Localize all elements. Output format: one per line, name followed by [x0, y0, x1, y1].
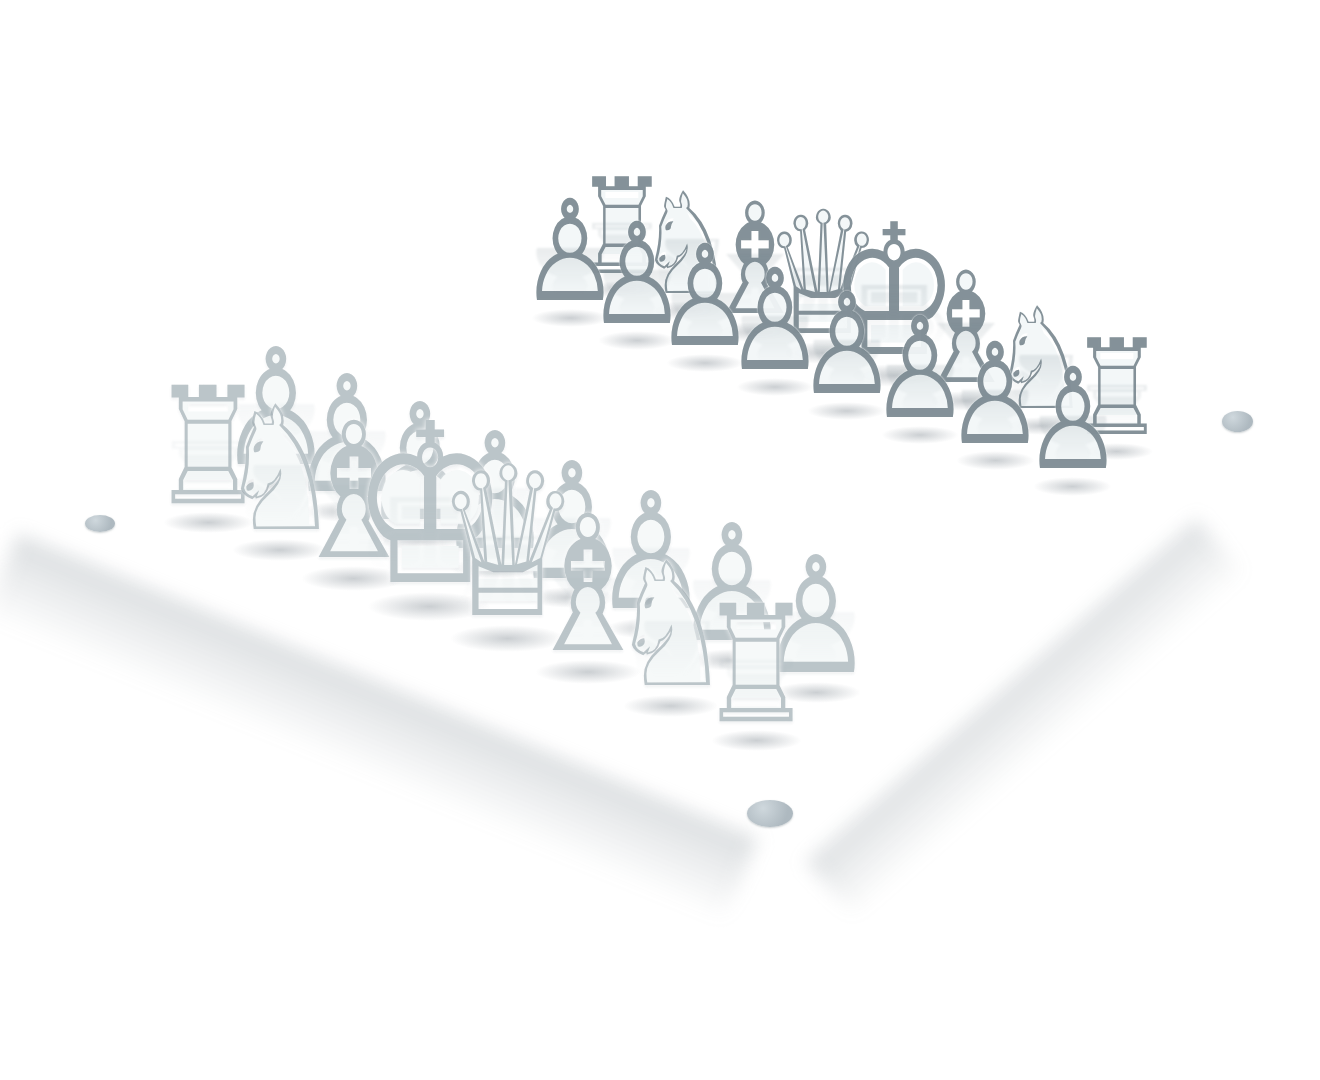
piece-glyph-outline: ♙ [1022, 350, 1122, 490]
square-h4[interactable] [875, 563, 1009, 634]
piece-glyph: ♟♙ [1022, 350, 1122, 490]
white-rook-h1[interactable]: ♜♖♜ [684, 584, 829, 746]
product-photo-scene: ♜♖♜♞♘♞♟♙♟♝♗♝♟♙♟♛♕♛♟♙♟♚♔♚♟♙♟♝♗♝♟♙♟♞♘♞♟♙♟♜… [0, 0, 1320, 1080]
silicone-foot [747, 800, 793, 827]
piece-glyph-outline: ♖ [698, 584, 814, 746]
black-pawn-h7[interactable]: ♟♙♟ [1010, 350, 1136, 490]
piece-glyph: ♜♖ [698, 584, 814, 746]
square-h5[interactable] [928, 524, 1058, 592]
silicone-foot [85, 515, 115, 532]
silicone-foot [1222, 411, 1253, 432]
